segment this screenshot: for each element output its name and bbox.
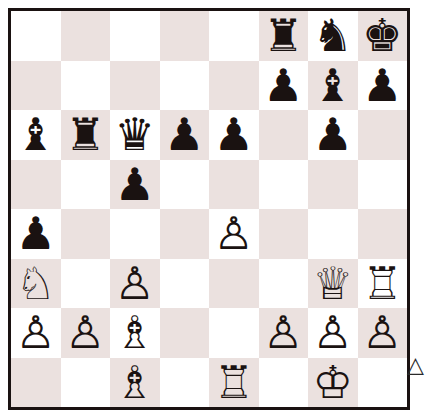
square-h2[interactable]: ♙ <box>358 308 408 358</box>
square-h1[interactable] <box>358 358 408 408</box>
black-pawn: ♟ <box>313 110 353 160</box>
square-d2[interactable] <box>160 308 210 358</box>
square-f8[interactable]: ♜ <box>259 11 309 61</box>
square-b7[interactable] <box>61 61 111 111</box>
square-e2[interactable] <box>209 308 259 358</box>
square-f5[interactable] <box>259 160 309 210</box>
square-c2[interactable]: ♗ <box>110 308 160 358</box>
white-knight: ♘ <box>16 259 56 309</box>
white-pawn: ♙ <box>115 259 155 309</box>
square-d5[interactable] <box>160 160 210 210</box>
square-d6[interactable]: ♟ <box>160 110 210 160</box>
black-bishop: ♝ <box>313 61 353 111</box>
square-a2[interactable]: ♙ <box>11 308 61 358</box>
black-rook: ♜ <box>263 11 303 61</box>
black-pawn: ♟ <box>362 61 402 111</box>
square-e1[interactable]: ♖ <box>209 358 259 408</box>
square-c4[interactable] <box>110 209 160 259</box>
square-e3[interactable] <box>209 259 259 309</box>
white-pawn: ♙ <box>65 308 105 358</box>
square-a8[interactable] <box>11 11 61 61</box>
square-g3[interactable]: ♕ <box>308 259 358 309</box>
white-pawn: ♙ <box>214 209 254 259</box>
black-pawn: ♟ <box>263 61 303 111</box>
square-h4[interactable] <box>358 209 408 259</box>
square-d3[interactable] <box>160 259 210 309</box>
square-f4[interactable] <box>259 209 309 259</box>
square-g5[interactable] <box>308 160 358 210</box>
square-e5[interactable] <box>209 160 259 210</box>
square-b5[interactable] <box>61 160 111 210</box>
white-king: ♔ <box>313 358 353 408</box>
square-f2[interactable]: ♙ <box>259 308 309 358</box>
square-g4[interactable] <box>308 209 358 259</box>
square-g1[interactable]: ♔ <box>308 358 358 408</box>
white-pawn: ♙ <box>263 308 303 358</box>
square-c3[interactable]: ♙ <box>110 259 160 309</box>
square-b8[interactable] <box>61 11 111 61</box>
black-knight: ♞ <box>313 11 353 61</box>
square-e6[interactable]: ♟ <box>209 110 259 160</box>
square-a6[interactable]: ♝ <box>11 110 61 160</box>
white-rook: ♖ <box>362 259 402 309</box>
black-bishop: ♝ <box>16 110 56 160</box>
black-rook: ♜ <box>65 110 105 160</box>
chess-board: ♜♞♚♟♝♟♝♜♛♟♟♟♟♟♙♘♙♕♖♙♙♗♙♙♙♗♖♔ <box>8 8 410 410</box>
black-queen: ♛ <box>115 110 155 160</box>
square-c7[interactable] <box>110 61 160 111</box>
square-h5[interactable] <box>358 160 408 210</box>
square-b6[interactable]: ♜ <box>61 110 111 160</box>
square-c8[interactable] <box>110 11 160 61</box>
square-d1[interactable] <box>160 358 210 408</box>
square-c5[interactable]: ♟ <box>110 160 160 210</box>
black-pawn: ♟ <box>214 110 254 160</box>
square-e4[interactable]: ♙ <box>209 209 259 259</box>
square-c6[interactable]: ♛ <box>110 110 160 160</box>
white-pawn: ♙ <box>313 308 353 358</box>
square-a7[interactable] <box>11 61 61 111</box>
square-h6[interactable] <box>358 110 408 160</box>
square-d8[interactable] <box>160 11 210 61</box>
square-h8[interactable]: ♚ <box>358 11 408 61</box>
square-h7[interactable]: ♟ <box>358 61 408 111</box>
square-f1[interactable] <box>259 358 309 408</box>
square-a5[interactable] <box>11 160 61 210</box>
white-rook: ♖ <box>214 358 254 408</box>
white-queen: ♕ <box>313 259 353 309</box>
white-bishop: ♗ <box>115 308 155 358</box>
square-b1[interactable] <box>61 358 111 408</box>
white-pawn: ♙ <box>362 308 402 358</box>
white-to-move-indicator: △ <box>407 352 424 378</box>
black-king: ♚ <box>362 11 402 61</box>
square-g7[interactable]: ♝ <box>308 61 358 111</box>
square-f6[interactable] <box>259 110 309 160</box>
square-e7[interactable] <box>209 61 259 111</box>
square-b2[interactable]: ♙ <box>61 308 111 358</box>
white-bishop: ♗ <box>115 358 155 408</box>
square-b4[interactable] <box>61 209 111 259</box>
black-pawn: ♟ <box>16 209 56 259</box>
square-a1[interactable] <box>11 358 61 408</box>
square-g2[interactable]: ♙ <box>308 308 358 358</box>
square-d4[interactable] <box>160 209 210 259</box>
square-b3[interactable] <box>61 259 111 309</box>
black-pawn: ♟ <box>115 160 155 210</box>
square-f3[interactable] <box>259 259 309 309</box>
square-a4[interactable]: ♟ <box>11 209 61 259</box>
square-f7[interactable]: ♟ <box>259 61 309 111</box>
square-d7[interactable] <box>160 61 210 111</box>
square-h3[interactable]: ♖ <box>358 259 408 309</box>
square-g6[interactable]: ♟ <box>308 110 358 160</box>
white-pawn: ♙ <box>16 308 56 358</box>
square-c1[interactable]: ♗ <box>110 358 160 408</box>
square-a3[interactable]: ♘ <box>11 259 61 309</box>
chess-diagram: ♜♞♚♟♝♟♝♜♛♟♟♟♟♟♙♘♙♕♖♙♙♗♙♙♙♗♖♔ △ <box>0 0 430 414</box>
square-e8[interactable] <box>209 11 259 61</box>
black-pawn: ♟ <box>164 110 204 160</box>
square-g8[interactable]: ♞ <box>308 11 358 61</box>
